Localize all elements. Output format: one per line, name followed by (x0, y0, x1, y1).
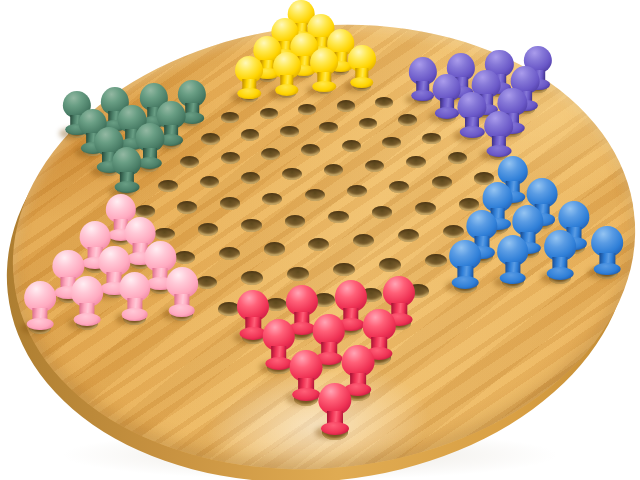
hole-r5-c3[interactable] (201, 133, 220, 145)
hole-r10-c4[interactable] (264, 242, 285, 255)
peg-pink-r12-c2[interactable] (119, 272, 151, 322)
hole-r5-c6[interactable] (319, 122, 338, 134)
hole-r10-c7[interactable] (398, 229, 419, 242)
peg-blue-r12-c11[interactable] (544, 230, 576, 280)
hole-r9-c5[interactable] (328, 211, 349, 224)
hole-r8-c3[interactable] (262, 193, 282, 206)
hole-r9-c8[interactable] (459, 198, 480, 211)
hole-r6-c3[interactable] (221, 152, 240, 164)
hole-r4-c4[interactable] (221, 112, 239, 123)
hole-r4-c7[interactable] (337, 100, 355, 111)
hole-r7-c1[interactable] (158, 180, 178, 192)
hole-r9-c2[interactable] (198, 223, 219, 236)
peg-foot (499, 272, 526, 285)
peg-yellow-r3-c0[interactable] (235, 56, 263, 100)
peg-green-r7-c0[interactable] (112, 147, 142, 193)
peg-yellow-r3-c1[interactable] (273, 52, 301, 96)
hole-r5-c7[interactable] (359, 118, 378, 130)
hole-r4-c6[interactable] (298, 104, 316, 115)
peg-foot (275, 84, 298, 95)
hole-r10-c5[interactable] (308, 238, 329, 251)
hole-r10-c6[interactable] (353, 234, 374, 247)
peg-foot (321, 422, 349, 436)
peg-foot (292, 388, 320, 401)
hole-r7-c2[interactable] (200, 176, 220, 188)
hole-r11-c3[interactable] (196, 276, 218, 290)
hole-r8-c2[interactable] (220, 197, 240, 210)
peg-blue-r12-c9[interactable] (450, 240, 482, 290)
peg-yellow-r3-c2[interactable] (311, 48, 339, 92)
hole-r8-c7[interactable] (432, 176, 452, 189)
hole-r6-c5[interactable] (301, 144, 320, 156)
peg-foot (547, 267, 574, 280)
peg-yellow-r3-c3[interactable] (348, 45, 376, 89)
hole-r7-c4[interactable] (282, 168, 302, 180)
hole-r6-c2[interactable] (180, 156, 199, 168)
peg-purple-r7-c9[interactable] (484, 111, 514, 157)
peg-foot (238, 88, 261, 99)
peg-foot (27, 318, 54, 331)
peg-foot (114, 181, 139, 193)
peg-foot (169, 304, 196, 317)
hole-r6-c8[interactable] (422, 133, 441, 145)
peg-purple-r6-c9[interactable] (458, 92, 487, 138)
peg-blue-r12-c12[interactable] (592, 226, 624, 276)
hole-r8-c5[interactable] (347, 185, 367, 198)
hole-r6-c4[interactable] (261, 148, 280, 160)
peg-foot (435, 107, 459, 119)
hole-r11-c8[interactable] (425, 254, 447, 268)
peg-foot (594, 263, 621, 276)
hole-r9-c7[interactable] (415, 202, 436, 215)
hole-r10-c2[interactable] (174, 251, 195, 264)
hole-r7-c7[interactable] (406, 156, 426, 168)
hole-r5-c4[interactable] (241, 129, 260, 141)
hole-r7-c8[interactable] (448, 152, 468, 164)
hole-r8-c6[interactable] (389, 181, 409, 194)
peg-red-r16-c0[interactable] (318, 383, 351, 435)
hole-r5-c5[interactable] (280, 126, 299, 138)
hole-r10-c8[interactable] (443, 225, 464, 238)
peg-pink-r12-c0[interactable] (24, 281, 56, 331)
peg-foot (452, 276, 479, 289)
peg-foot (313, 81, 336, 92)
hole-r4-c5[interactable] (260, 108, 278, 119)
peg-foot (265, 357, 292, 370)
peg-foot (74, 313, 101, 326)
hole-r10-c3[interactable] (219, 247, 240, 260)
peg-pink-r12-c3[interactable] (166, 267, 198, 317)
hole-r9-c3[interactable] (241, 219, 262, 232)
hole-r6-c6[interactable] (342, 140, 361, 152)
photo-stage (0, 0, 640, 480)
hole-r6-c7[interactable] (382, 137, 401, 149)
hole-r8-c1[interactable] (177, 201, 197, 214)
hole-r7-c5[interactable] (324, 164, 344, 176)
board-plane (0, 0, 640, 480)
hole-r9-c1[interactable] (154, 228, 175, 241)
peg-pink-r12-c1[interactable] (71, 276, 103, 326)
peg-foot (411, 90, 435, 102)
hole-r8-c4[interactable] (305, 189, 325, 202)
hole-r11-c6[interactable] (333, 263, 355, 277)
hole-r9-c4[interactable] (285, 215, 306, 228)
peg-foot (350, 77, 373, 88)
peg-blue-r12-c10[interactable] (497, 235, 529, 285)
hole-r4-c8[interactable] (375, 97, 393, 108)
peg-foot (121, 308, 148, 321)
hole-r11-c7[interactable] (379, 258, 401, 272)
hole-r5-c8[interactable] (398, 114, 417, 126)
hole-r7-c6[interactable] (365, 160, 385, 172)
hole-r11-c5[interactable] (287, 267, 309, 281)
peg-foot (460, 126, 485, 138)
hole-r7-c3[interactable] (241, 172, 261, 184)
hole-r9-c6[interactable] (372, 206, 393, 219)
hole-r11-c4[interactable] (241, 271, 263, 285)
